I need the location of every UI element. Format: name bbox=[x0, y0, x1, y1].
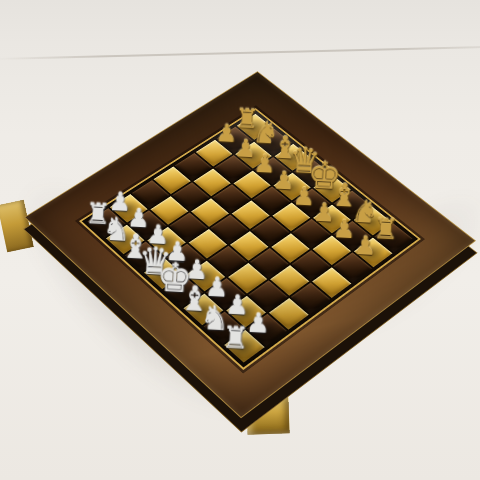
photo-scene: ♜♞♟♝♟♛♟♚♟♝♟♞♟♟♜♟♟♜♟♟♞♟♝♟♛♟♚♟♝♟♞♜ bbox=[0, 0, 480, 480]
white-rook-glyph: ♜ bbox=[211, 322, 260, 354]
wall-table-junction-line bbox=[0, 46, 480, 60]
chess-board: ♜♞♟♝♟♛♟♚♟♝♟♞♟♟♜♟♟♜♟♟♞♟♝♟♛♟♚♟♝♟♞♜ bbox=[24, 71, 476, 418]
chess-board-anchor: ♜♞♟♝♟♛♟♚♟♝♟♞♟♟♜♟♟♜♟♟♞♟♝♟♛♟♚♟♝♟♞♜ bbox=[82, 61, 418, 397]
black-pawn-glyph: ♟ bbox=[342, 232, 389, 260]
